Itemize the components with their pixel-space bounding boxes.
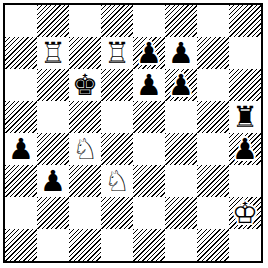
square-c8[interactable]	[69, 5, 101, 37]
square-b5[interactable]	[37, 101, 69, 133]
square-g1[interactable]	[197, 229, 229, 261]
square-h4[interactable]: ♟	[229, 133, 261, 165]
square-b7[interactable]: ♜♖	[37, 37, 69, 69]
square-h1[interactable]	[229, 229, 261, 261]
square-c6[interactable]: ♚	[69, 69, 101, 101]
square-e4[interactable]	[133, 133, 165, 165]
piece-black-pawn: ♟	[5, 133, 37, 165]
square-c3[interactable]	[69, 165, 101, 197]
piece-black-pawn: ♟	[37, 165, 69, 197]
piece-black-pawn: ♟	[133, 37, 165, 69]
square-f6[interactable]: ♟	[165, 69, 197, 101]
square-f4[interactable]	[165, 133, 197, 165]
piece-white-rook: ♜♖	[101, 37, 133, 69]
square-c2[interactable]	[69, 197, 101, 229]
square-c5[interactable]	[69, 101, 101, 133]
square-d3[interactable]: ♞♘	[101, 165, 133, 197]
piece-white-rook: ♜♖	[37, 37, 69, 69]
square-c4[interactable]: ♞♘	[69, 133, 101, 165]
square-a5[interactable]	[5, 101, 37, 133]
square-e3[interactable]	[133, 165, 165, 197]
piece-black-pawn: ♟	[229, 133, 261, 165]
square-d8[interactable]	[101, 5, 133, 37]
square-a7[interactable]	[5, 37, 37, 69]
piece-white-knight: ♞♘	[101, 165, 133, 197]
square-a3[interactable]	[5, 165, 37, 197]
square-d2[interactable]	[101, 197, 133, 229]
square-b6[interactable]	[37, 69, 69, 101]
square-a1[interactable]	[5, 229, 37, 261]
square-e7[interactable]: ♟	[133, 37, 165, 69]
square-h3[interactable]	[229, 165, 261, 197]
square-c7[interactable]	[69, 37, 101, 69]
chess-board: ♜♖♜♖♟♟♚♟♟♜♟♞♘♟♟♞♘♚♔	[5, 5, 261, 261]
piece-white-king: ♚♔	[229, 197, 261, 229]
square-h2[interactable]: ♚♔	[229, 197, 261, 229]
square-h7[interactable]	[229, 37, 261, 69]
square-d7[interactable]: ♜♖	[101, 37, 133, 69]
square-g3[interactable]	[197, 165, 229, 197]
square-g7[interactable]	[197, 37, 229, 69]
square-g5[interactable]	[197, 101, 229, 133]
square-b4[interactable]	[37, 133, 69, 165]
square-g8[interactable]	[197, 5, 229, 37]
square-b8[interactable]	[37, 5, 69, 37]
square-e8[interactable]	[133, 5, 165, 37]
square-g4[interactable]	[197, 133, 229, 165]
square-h6[interactable]	[229, 69, 261, 101]
square-g6[interactable]	[197, 69, 229, 101]
square-h5[interactable]: ♜	[229, 101, 261, 133]
square-f2[interactable]	[165, 197, 197, 229]
square-b2[interactable]	[37, 197, 69, 229]
square-e5[interactable]	[133, 101, 165, 133]
square-b1[interactable]	[37, 229, 69, 261]
square-e1[interactable]	[133, 229, 165, 261]
square-a2[interactable]	[5, 197, 37, 229]
piece-white-knight: ♞♘	[69, 133, 101, 165]
piece-black-pawn: ♟	[133, 69, 165, 101]
square-a8[interactable]	[5, 5, 37, 37]
square-d4[interactable]	[101, 133, 133, 165]
square-f1[interactable]	[165, 229, 197, 261]
square-d5[interactable]	[101, 101, 133, 133]
chess-diagram-page: ♜♖♜♖♟♟♚♟♟♜♟♞♘♟♟♞♘♚♔	[0, 0, 268, 268]
piece-black-king: ♚	[69, 69, 101, 101]
square-d1[interactable]	[101, 229, 133, 261]
piece-black-pawn: ♟	[165, 69, 197, 101]
square-g2[interactable]	[197, 197, 229, 229]
square-c1[interactable]	[69, 229, 101, 261]
board-frame: ♜♖♜♖♟♟♚♟♟♜♟♞♘♟♟♞♘♚♔	[3, 3, 263, 263]
square-f7[interactable]: ♟	[165, 37, 197, 69]
square-a6[interactable]	[5, 69, 37, 101]
piece-black-rook: ♜	[229, 101, 261, 133]
piece-black-pawn: ♟	[165, 37, 197, 69]
square-e2[interactable]	[133, 197, 165, 229]
square-f3[interactable]	[165, 165, 197, 197]
square-f8[interactable]	[165, 5, 197, 37]
square-d6[interactable]	[101, 69, 133, 101]
square-e6[interactable]: ♟	[133, 69, 165, 101]
square-a4[interactable]: ♟	[5, 133, 37, 165]
square-h8[interactable]	[229, 5, 261, 37]
square-f5[interactable]	[165, 101, 197, 133]
square-b3[interactable]: ♟	[37, 165, 69, 197]
